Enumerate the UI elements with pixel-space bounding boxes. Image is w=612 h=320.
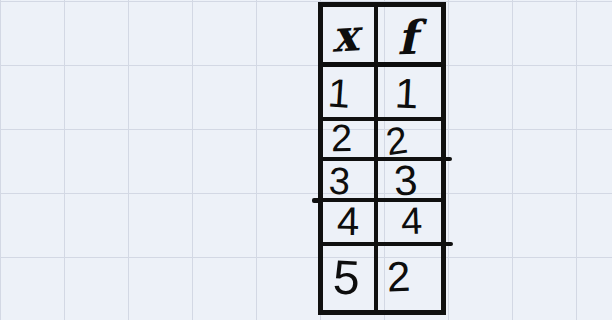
cell-x-3: 3 xyxy=(323,161,378,202)
hand-drawn-line-overhang xyxy=(312,198,320,203)
cell-value: 1 xyxy=(394,72,420,115)
hand-drawn-line-overhang xyxy=(443,242,453,246)
whiteboard-canvas[interactable]: x f 1 1 2 2 3 3 4 4 5 xyxy=(0,0,612,320)
handwritten-table: x f 1 1 2 2 3 3 4 4 5 xyxy=(318,2,446,315)
header-f-label: f xyxy=(396,14,417,61)
cell-f-2: 2 xyxy=(378,121,441,161)
cell-value: 2 xyxy=(331,119,353,157)
cell-x-2: 2 xyxy=(323,121,378,161)
cell-f-4: 4 xyxy=(378,202,441,246)
cell-f-1: 1 xyxy=(378,67,441,121)
cell-value: 2 xyxy=(383,121,409,162)
table-header-x: x xyxy=(323,7,378,67)
cell-value: 3 xyxy=(393,159,419,202)
cell-f-5: 2 xyxy=(378,246,441,310)
cell-value: 4 xyxy=(337,201,360,241)
hand-drawn-line-overhang xyxy=(443,157,452,161)
cell-value: 1 xyxy=(327,72,352,113)
cell-x-5: 5 xyxy=(323,246,378,310)
cell-x-1: 1 xyxy=(323,67,378,121)
cell-x-4: 4 xyxy=(323,202,378,246)
cell-value: 4 xyxy=(400,202,422,241)
cell-value: 3 xyxy=(328,161,351,200)
cell-f-3: 3 xyxy=(378,161,441,202)
table-header-f: f xyxy=(378,7,441,67)
header-x-label: x xyxy=(331,13,360,58)
cell-value: 2 xyxy=(386,256,411,299)
cell-value: 5 xyxy=(332,253,361,302)
